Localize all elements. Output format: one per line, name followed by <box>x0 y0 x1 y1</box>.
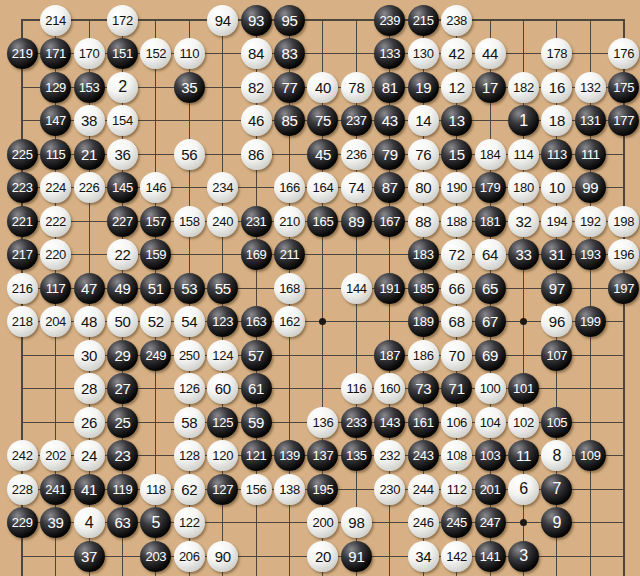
stone-black-103[interactable]: 103 <box>475 440 506 471</box>
stone-white-120[interactable]: 120 <box>207 440 238 471</box>
stone-white-80[interactable]: 80 <box>408 172 439 203</box>
stone-black-239[interactable]: 239 <box>374 5 405 36</box>
stone-black-41[interactable]: 41 <box>74 474 105 505</box>
stone-white-114[interactable]: 114 <box>508 139 539 170</box>
stone-black-129[interactable]: 129 <box>40 72 71 103</box>
stone-white-242[interactable]: 242 <box>7 440 38 471</box>
stone-black-135[interactable]: 135 <box>341 440 372 471</box>
stone-white-52[interactable]: 52 <box>140 306 171 337</box>
stone-black-247[interactable]: 247 <box>475 507 506 538</box>
stone-black-63[interactable]: 63 <box>107 507 138 538</box>
stone-white-88[interactable]: 88 <box>408 206 439 237</box>
stone-black-175[interactable]: 175 <box>608 72 639 103</box>
stone-black-5[interactable]: 5 <box>140 507 171 538</box>
stone-black-143[interactable]: 143 <box>374 407 405 438</box>
stone-white-44[interactable]: 44 <box>475 38 506 69</box>
stone-white-228[interactable]: 228 <box>7 474 38 505</box>
stone-white-64[interactable]: 64 <box>475 239 506 270</box>
stone-black-179[interactable]: 179 <box>475 172 506 203</box>
star-point <box>520 318 527 325</box>
stone-black-57[interactable]: 57 <box>241 340 272 371</box>
stone-black-39[interactable]: 39 <box>40 507 71 538</box>
stone-white-158[interactable]: 158 <box>174 206 205 237</box>
stone-white-188[interactable]: 188 <box>441 206 472 237</box>
stone-black-189[interactable]: 189 <box>408 306 439 337</box>
stone-black-181[interactable]: 181 <box>475 206 506 237</box>
stone-black-3[interactable]: 3 <box>508 541 539 572</box>
stone-white-32[interactable]: 32 <box>508 206 539 237</box>
stone-black-55[interactable]: 55 <box>207 273 238 304</box>
stone-black-29[interactable]: 29 <box>107 340 138 371</box>
stone-white-200[interactable]: 200 <box>307 507 338 538</box>
stone-black-77[interactable]: 77 <box>274 72 305 103</box>
stone-white-24[interactable]: 24 <box>74 440 105 471</box>
stone-black-107[interactable]: 107 <box>541 340 572 371</box>
stone-black-217[interactable]: 217 <box>7 239 38 270</box>
stone-white-70[interactable]: 70 <box>441 340 472 371</box>
stone-black-43[interactable]: 43 <box>374 105 405 136</box>
stone-black-9[interactable]: 9 <box>541 507 572 538</box>
stone-black-79[interactable]: 79 <box>374 139 405 170</box>
stone-black-113[interactable]: 113 <box>541 139 572 170</box>
stone-white-236[interactable]: 236 <box>341 139 372 170</box>
stone-black-19[interactable]: 19 <box>408 72 439 103</box>
star-point <box>520 519 527 526</box>
stone-black-225[interactable]: 225 <box>7 139 38 170</box>
stone-black-227[interactable]: 227 <box>107 206 138 237</box>
stone-white-18[interactable]: 18 <box>541 105 572 136</box>
stone-white-206[interactable]: 206 <box>174 541 205 572</box>
stone-black-15[interactable]: 15 <box>441 139 472 170</box>
stone-black-53[interactable]: 53 <box>174 273 205 304</box>
stone-black-163[interactable]: 163 <box>241 306 272 337</box>
stone-black-229[interactable]: 229 <box>7 507 38 538</box>
stone-black-13[interactable]: 13 <box>441 105 472 136</box>
stone-black-83[interactable]: 83 <box>274 38 305 69</box>
stone-black-67[interactable]: 67 <box>475 306 506 337</box>
stone-black-23[interactable]: 23 <box>107 440 138 471</box>
stone-white-62[interactable]: 62 <box>174 474 205 505</box>
stone-black-141[interactable]: 141 <box>475 541 506 572</box>
stone-black-69[interactable]: 69 <box>475 340 506 371</box>
stone-black-75[interactable]: 75 <box>307 105 338 136</box>
stone-white-144[interactable]: 144 <box>341 273 372 304</box>
stone-white-122[interactable]: 122 <box>174 507 205 538</box>
stone-black-99[interactable]: 99 <box>575 172 606 203</box>
stone-black-73[interactable]: 73 <box>408 373 439 404</box>
stone-black-95[interactable]: 95 <box>274 5 305 36</box>
stone-black-221[interactable]: 221 <box>7 206 38 237</box>
stone-black-117[interactable]: 117 <box>40 273 71 304</box>
stone-white-214[interactable]: 214 <box>40 5 71 36</box>
stone-white-58[interactable]: 58 <box>174 407 205 438</box>
stone-white-182[interactable]: 182 <box>508 72 539 103</box>
stone-white-244[interactable]: 244 <box>408 474 439 505</box>
stone-white-108[interactable]: 108 <box>441 440 472 471</box>
stone-black-45[interactable]: 45 <box>307 139 338 170</box>
stone-black-197[interactable]: 197 <box>608 273 639 304</box>
stone-white-104[interactable]: 104 <box>475 407 506 438</box>
stone-white-100[interactable]: 100 <box>475 373 506 404</box>
stone-white-198[interactable]: 198 <box>608 206 639 237</box>
stone-white-82[interactable]: 82 <box>241 72 272 103</box>
stone-white-2[interactable]: 2 <box>107 72 138 103</box>
stone-white-130[interactable]: 130 <box>408 38 439 69</box>
stone-white-8[interactable]: 8 <box>541 440 572 471</box>
stone-white-60[interactable]: 60 <box>207 373 238 404</box>
stone-white-46[interactable]: 46 <box>241 105 272 136</box>
stone-white-132[interactable]: 132 <box>575 72 606 103</box>
stone-white-126[interactable]: 126 <box>174 373 205 404</box>
stone-white-220[interactable]: 220 <box>40 239 71 270</box>
stone-black-165[interactable]: 165 <box>307 206 338 237</box>
stone-white-34[interactable]: 34 <box>408 541 439 572</box>
stone-white-164[interactable]: 164 <box>307 172 338 203</box>
stone-white-16[interactable]: 16 <box>541 72 572 103</box>
stone-black-167[interactable]: 167 <box>374 206 405 237</box>
stone-black-199[interactable]: 199 <box>575 306 606 337</box>
stone-black-249[interactable]: 249 <box>140 340 171 371</box>
stone-black-125[interactable]: 125 <box>207 407 238 438</box>
stone-black-127[interactable]: 127 <box>207 474 238 505</box>
stone-black-33[interactable]: 33 <box>508 239 539 270</box>
stone-black-203[interactable]: 203 <box>140 541 171 572</box>
stone-black-47[interactable]: 47 <box>74 273 105 304</box>
stone-black-17[interactable]: 17 <box>475 72 506 103</box>
stone-white-184[interactable]: 184 <box>475 139 506 170</box>
stone-black-115[interactable]: 115 <box>40 139 71 170</box>
stone-black-187[interactable]: 187 <box>374 340 405 371</box>
stone-white-152[interactable]: 152 <box>140 38 171 69</box>
stone-black-147[interactable]: 147 <box>40 105 71 136</box>
stone-black-193[interactable]: 193 <box>575 239 606 270</box>
stone-white-28[interactable]: 28 <box>74 373 105 404</box>
stone-white-112[interactable]: 112 <box>441 474 472 505</box>
stone-black-151[interactable]: 151 <box>107 38 138 69</box>
stone-black-241[interactable]: 241 <box>40 474 71 505</box>
stone-black-51[interactable]: 51 <box>140 273 171 304</box>
stone-black-169[interactable]: 169 <box>241 239 272 270</box>
stone-white-216[interactable]: 216 <box>7 273 38 304</box>
stone-white-162[interactable]: 162 <box>274 306 305 337</box>
stone-white-128[interactable]: 128 <box>174 440 205 471</box>
stone-black-161[interactable]: 161 <box>408 407 439 438</box>
stone-black-121[interactable]: 121 <box>241 440 272 471</box>
stone-black-183[interactable]: 183 <box>408 239 439 270</box>
stone-black-245[interactable]: 245 <box>441 507 472 538</box>
stone-white-172[interactable]: 172 <box>107 5 138 36</box>
stone-black-85[interactable]: 85 <box>274 105 305 136</box>
stone-white-124[interactable]: 124 <box>207 340 238 371</box>
stone-black-91[interactable]: 91 <box>341 541 372 572</box>
stone-white-190[interactable]: 190 <box>441 172 472 203</box>
stone-black-87[interactable]: 87 <box>374 172 405 203</box>
stone-white-118[interactable]: 118 <box>140 474 171 505</box>
stone-black-101[interactable]: 101 <box>508 373 539 404</box>
stone-black-133[interactable]: 133 <box>374 38 405 69</box>
stone-black-219[interactable]: 219 <box>7 38 38 69</box>
stone-black-35[interactable]: 35 <box>174 72 205 103</box>
stone-black-11[interactable]: 11 <box>508 440 539 471</box>
stone-white-194[interactable]: 194 <box>541 206 572 237</box>
stone-white-232[interactable]: 232 <box>374 440 405 471</box>
stone-white-106[interactable]: 106 <box>441 407 472 438</box>
stone-white-12[interactable]: 12 <box>441 72 472 103</box>
stone-white-66[interactable]: 66 <box>441 273 472 304</box>
stone-white-178[interactable]: 178 <box>541 38 572 69</box>
stone-white-196[interactable]: 196 <box>608 239 639 270</box>
stone-white-68[interactable]: 68 <box>441 306 472 337</box>
stone-white-176[interactable]: 176 <box>608 38 639 69</box>
stone-black-139[interactable]: 139 <box>274 440 305 471</box>
stone-white-36[interactable]: 36 <box>107 139 138 170</box>
stone-white-86[interactable]: 86 <box>241 139 272 170</box>
stone-black-31[interactable]: 31 <box>541 239 572 270</box>
stone-white-202[interactable]: 202 <box>40 440 71 471</box>
stone-white-78[interactable]: 78 <box>341 72 372 103</box>
stone-white-138[interactable]: 138 <box>274 474 305 505</box>
stone-white-40[interactable]: 40 <box>307 72 338 103</box>
stone-white-166[interactable]: 166 <box>274 172 305 203</box>
stone-white-204[interactable]: 204 <box>40 306 71 337</box>
stone-black-237[interactable]: 237 <box>341 105 372 136</box>
stone-black-61[interactable]: 61 <box>241 373 272 404</box>
stone-white-180[interactable]: 180 <box>508 172 539 203</box>
stone-black-145[interactable]: 145 <box>107 172 138 203</box>
stone-black-157[interactable]: 157 <box>140 206 171 237</box>
stone-white-54[interactable]: 54 <box>174 306 205 337</box>
stone-white-224[interactable]: 224 <box>40 172 71 203</box>
stone-black-215[interactable]: 215 <box>408 5 439 36</box>
stone-black-1[interactable]: 1 <box>508 105 539 136</box>
stone-black-153[interactable]: 153 <box>74 72 105 103</box>
stone-black-233[interactable]: 233 <box>341 407 372 438</box>
stone-white-168[interactable]: 168 <box>274 273 305 304</box>
stone-white-170[interactable]: 170 <box>74 38 105 69</box>
stone-white-110[interactable]: 110 <box>174 38 205 69</box>
stone-black-201[interactable]: 201 <box>475 474 506 505</box>
stone-black-7[interactable]: 7 <box>541 474 572 505</box>
stone-white-10[interactable]: 10 <box>541 172 572 203</box>
stone-white-74[interactable]: 74 <box>341 172 372 203</box>
stone-white-56[interactable]: 56 <box>174 139 205 170</box>
stone-white-234[interactable]: 234 <box>207 172 238 203</box>
stone-white-146[interactable]: 146 <box>140 172 171 203</box>
stone-black-223[interactable]: 223 <box>7 172 38 203</box>
stone-white-14[interactable]: 14 <box>408 105 439 136</box>
stone-white-94[interactable]: 94 <box>207 5 238 36</box>
stone-black-49[interactable]: 49 <box>107 273 138 304</box>
stone-white-218[interactable]: 218 <box>7 306 38 337</box>
stone-white-238[interactable]: 238 <box>441 5 472 36</box>
star-point <box>319 318 326 325</box>
stone-black-71[interactable]: 71 <box>441 373 472 404</box>
go-board[interactable]: 2141729493952392152382191711701511521108… <box>0 0 640 576</box>
stone-black-177[interactable]: 177 <box>608 105 639 136</box>
stone-white-20[interactable]: 20 <box>307 541 338 572</box>
stone-white-76[interactable]: 76 <box>408 139 439 170</box>
stone-white-50[interactable]: 50 <box>107 306 138 337</box>
stone-white-96[interactable]: 96 <box>541 306 572 337</box>
stone-white-154[interactable]: 154 <box>107 105 138 136</box>
stone-white-102[interactable]: 102 <box>508 407 539 438</box>
stone-white-26[interactable]: 26 <box>74 407 105 438</box>
stone-black-105[interactable]: 105 <box>541 407 572 438</box>
stone-black-81[interactable]: 81 <box>374 72 405 103</box>
stone-black-93[interactable]: 93 <box>241 5 272 36</box>
stone-white-222[interactable]: 222 <box>40 206 71 237</box>
stone-black-109[interactable]: 109 <box>575 440 606 471</box>
stone-white-4[interactable]: 4 <box>74 507 105 538</box>
stone-white-72[interactable]: 72 <box>441 239 472 270</box>
stone-white-186[interactable]: 186 <box>408 340 439 371</box>
stone-black-243[interactable]: 243 <box>408 440 439 471</box>
stone-white-90[interactable]: 90 <box>207 541 238 572</box>
stone-white-142[interactable]: 142 <box>441 541 472 572</box>
stone-white-210[interactable]: 210 <box>274 206 305 237</box>
stone-black-137[interactable]: 137 <box>307 440 338 471</box>
stone-white-38[interactable]: 38 <box>74 105 105 136</box>
stone-black-131[interactable]: 131 <box>575 105 606 136</box>
stone-black-123[interactable]: 123 <box>207 306 238 337</box>
stone-black-231[interactable]: 231 <box>241 206 272 237</box>
stone-white-48[interactable]: 48 <box>74 306 105 337</box>
stone-black-191[interactable]: 191 <box>374 273 405 304</box>
stone-black-159[interactable]: 159 <box>140 239 171 270</box>
stone-white-42[interactable]: 42 <box>441 38 472 69</box>
stone-white-192[interactable]: 192 <box>575 206 606 237</box>
stone-black-119[interactable]: 119 <box>107 474 138 505</box>
stone-black-37[interactable]: 37 <box>74 541 105 572</box>
stone-white-30[interactable]: 30 <box>74 340 105 371</box>
stone-black-59[interactable]: 59 <box>241 407 272 438</box>
stone-black-211[interactable]: 211 <box>274 239 305 270</box>
grid-line-vertical <box>590 19 591 576</box>
stone-white-250[interactable]: 250 <box>174 340 205 371</box>
stone-black-171[interactable]: 171 <box>40 38 71 69</box>
stone-white-6[interactable]: 6 <box>508 474 539 505</box>
stone-white-246[interactable]: 246 <box>408 507 439 538</box>
stone-black-97[interactable]: 97 <box>541 273 572 304</box>
stone-black-21[interactable]: 21 <box>74 139 105 170</box>
stone-black-111[interactable]: 111 <box>575 139 606 170</box>
stone-white-160[interactable]: 160 <box>374 373 405 404</box>
stone-white-136[interactable]: 136 <box>307 407 338 438</box>
stone-white-230[interactable]: 230 <box>374 474 405 505</box>
stone-white-226[interactable]: 226 <box>74 172 105 203</box>
stone-white-240[interactable]: 240 <box>207 206 238 237</box>
stone-black-195[interactable]: 195 <box>307 474 338 505</box>
stone-white-116[interactable]: 116 <box>341 373 372 404</box>
stone-white-22[interactable]: 22 <box>107 239 138 270</box>
stone-white-156[interactable]: 156 <box>241 474 272 505</box>
stone-black-27[interactable]: 27 <box>107 373 138 404</box>
stone-white-98[interactable]: 98 <box>341 507 372 538</box>
stone-black-25[interactable]: 25 <box>107 407 138 438</box>
stone-black-65[interactable]: 65 <box>475 273 506 304</box>
stone-black-185[interactable]: 185 <box>408 273 439 304</box>
stone-white-84[interactable]: 84 <box>241 38 272 69</box>
stone-black-89[interactable]: 89 <box>341 206 372 237</box>
